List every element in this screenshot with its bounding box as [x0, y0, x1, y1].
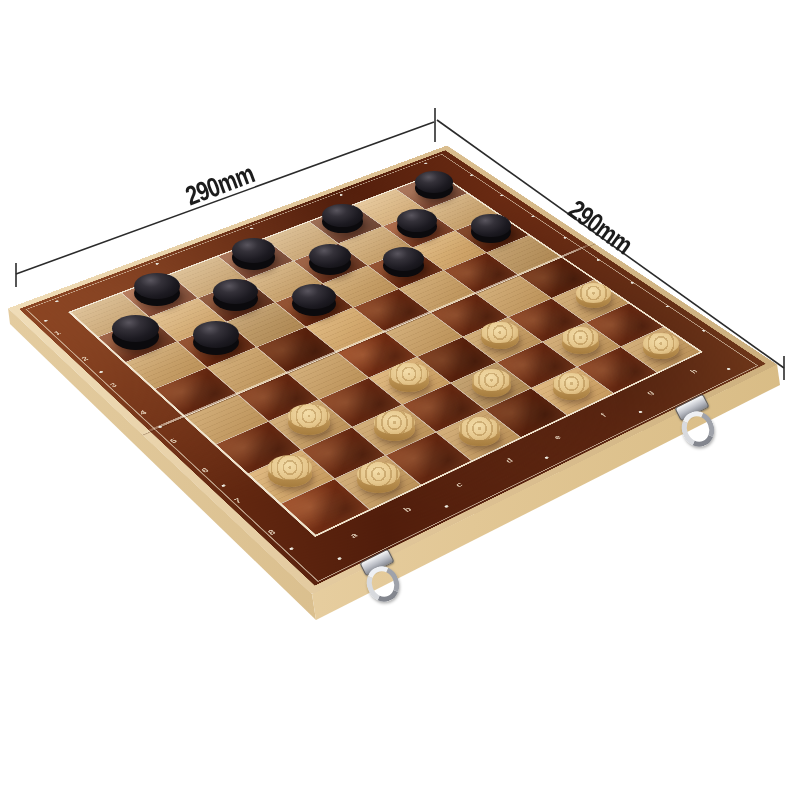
product-photo-stage: 290mm 290mm 12345678abcdefgh — [0, 0, 800, 800]
dimension-label-top: 290mm — [182, 159, 259, 213]
latch-clasp-right — [671, 398, 715, 446]
latch-clasp-left — [356, 553, 400, 601]
